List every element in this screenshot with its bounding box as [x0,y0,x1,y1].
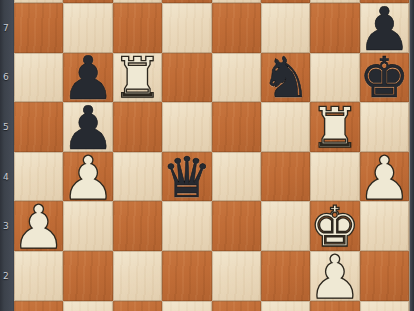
square-g2: ♟ [310,251,359,301]
board-viewport: ♟♟♜♞♚♟♜♟♛♟♟♚♟ [14,0,409,311]
square-h4: ♟ [360,152,409,202]
square-d4: ♛ [162,152,211,202]
square-g7 [310,3,359,53]
square-b1 [63,301,112,311]
square-a7 [14,3,63,53]
square-b4: ♟ [63,152,112,202]
piece-wP-h4: ♟ [360,153,409,203]
square-a5 [14,102,63,152]
piece-bQ-d4: ♛ [162,153,211,203]
rank-label-3: 3 [3,222,9,231]
chess-diagram: 765432 ♟♟♜♞♚♟♜♟♛♟♟♚♟ [0,0,414,311]
rank-label-7: 7 [3,23,9,32]
square-e7 [212,3,261,53]
piece-bP-b5: ♟ [63,103,112,153]
square-f1 [261,301,310,311]
square-f7 [261,3,310,53]
square-f3 [261,201,310,251]
piece-bK-h6: ♚ [360,54,409,104]
square-e2 [212,251,261,301]
square-d2 [162,251,211,301]
square-h2 [360,251,409,301]
square-g6 [310,53,359,103]
square-f2 [261,251,310,301]
square-b7 [63,3,112,53]
square-a6 [14,53,63,103]
square-f6: ♞ [261,53,310,103]
square-c3 [113,201,162,251]
rank-label-2: 2 [3,271,9,280]
square-c7 [113,3,162,53]
square-e6 [212,53,261,103]
square-b3 [63,201,112,251]
square-h6: ♚ [360,53,409,103]
square-a4 [14,152,63,202]
board-frame-right [409,0,414,311]
square-c2 [113,251,162,301]
square-h1 [360,301,409,311]
square-d3 [162,201,211,251]
square-b2 [63,251,112,301]
rank-label-6: 6 [3,73,9,82]
chess-board: ♟♟♜♞♚♟♜♟♛♟♟♚♟ [14,0,409,311]
square-f5 [261,102,310,152]
piece-wP-a3: ♟ [14,202,63,252]
square-h5 [360,102,409,152]
square-d5 [162,102,211,152]
square-g5: ♜ [310,102,359,152]
piece-bN-f6: ♞ [261,54,310,104]
piece-wR-c6: ♜ [113,54,162,104]
square-e4 [212,152,261,202]
square-c5 [113,102,162,152]
square-c6: ♜ [113,53,162,103]
square-b5: ♟ [63,102,112,152]
square-g3: ♚ [310,201,359,251]
square-b6: ♟ [63,53,112,103]
square-e3 [212,201,261,251]
piece-wR-g5: ♜ [310,103,359,153]
piece-bP-b6: ♟ [63,54,112,104]
square-a1 [14,301,63,311]
square-h7: ♟ [360,3,409,53]
square-c4 [113,152,162,202]
square-f4 [261,152,310,202]
board-frame-left: 765432 [0,0,14,311]
square-d6 [162,53,211,103]
square-g4 [310,152,359,202]
piece-wP-b4: ♟ [63,153,112,203]
square-e1 [212,301,261,311]
piece-bP-h7: ♟ [360,4,409,54]
square-d1 [162,301,211,311]
square-a3: ♟ [14,201,63,251]
square-a2 [14,251,63,301]
square-c1 [113,301,162,311]
rank-label-5: 5 [3,123,9,132]
piece-wP-g2: ♟ [310,252,359,302]
square-g1 [310,301,359,311]
square-d7 [162,3,211,53]
piece-wK-g3: ♚ [310,202,359,252]
square-e5 [212,102,261,152]
rank-label-4: 4 [3,172,9,181]
square-h3 [360,201,409,251]
